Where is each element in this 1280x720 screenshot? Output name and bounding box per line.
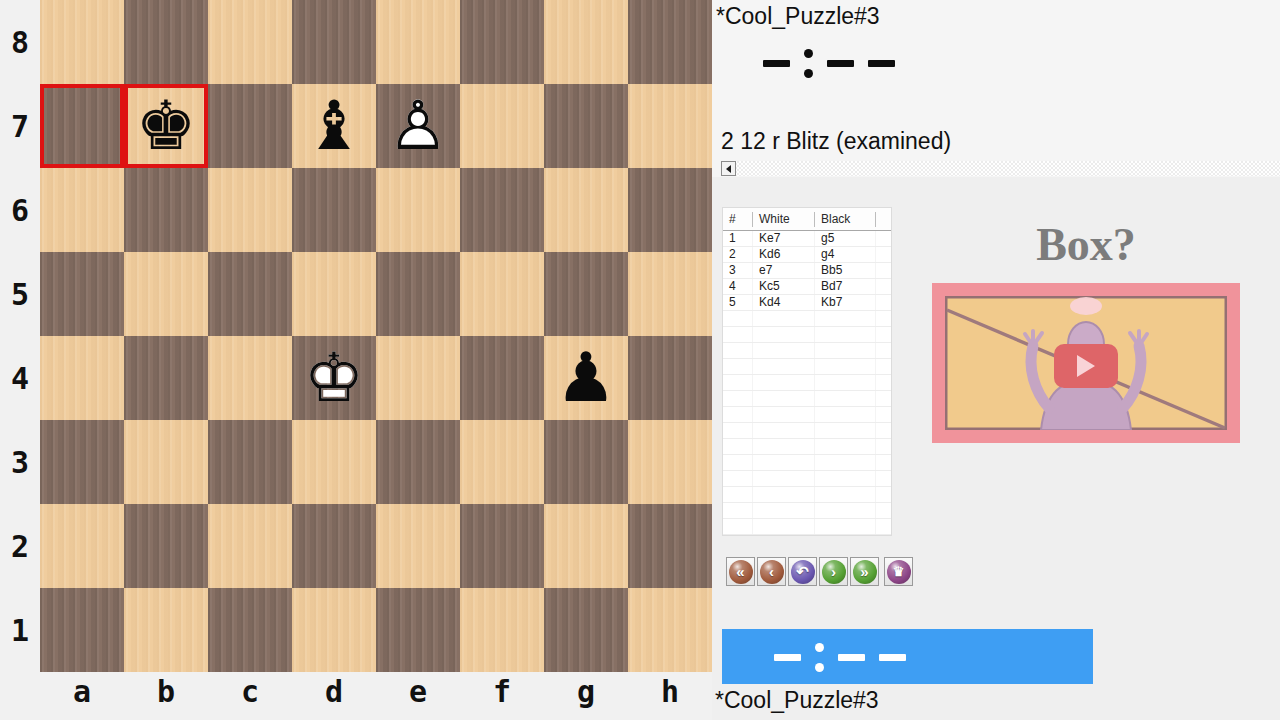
move-row-empty — [723, 487, 891, 503]
square-a5[interactable] — [40, 252, 124, 336]
clock-colon — [804, 49, 813, 78]
square-b6[interactable] — [124, 168, 208, 252]
square-e6[interactable] — [376, 168, 460, 252]
go-to-start-button[interactable]: « — [726, 557, 755, 586]
square-g7[interactable] — [544, 84, 628, 168]
move-row-empty — [723, 503, 891, 519]
black-pawn-g4[interactable]: ♟ — [544, 336, 628, 420]
play-icon — [1077, 355, 1095, 377]
move-row-empty — [723, 327, 891, 343]
square-e2[interactable] — [376, 504, 460, 588]
square-g5[interactable] — [544, 252, 628, 336]
square-c8[interactable] — [208, 0, 292, 84]
chess-board[interactable]: ♚♝♟♙♚♔♟ — [40, 0, 712, 672]
move-row-2[interactable]: 2Kd6g4 — [723, 247, 891, 263]
step-back-icon: ‹ — [760, 560, 784, 584]
square-h4[interactable] — [628, 336, 712, 420]
black-king-b7[interactable]: ♚ — [124, 84, 208, 168]
move-row-3[interactable]: 3e7Bb5 — [723, 263, 891, 279]
square-c7[interactable] — [208, 84, 292, 168]
square-a4[interactable] — [40, 336, 124, 420]
move-table-body: 1Ke7g52Kd6g43e7Bb54Kc5Bd75Kd4Kb7 — [723, 231, 891, 535]
rank-label-1: 1 — [0, 588, 40, 672]
game-info-line: 2 12 r Blitz (examined) — [721, 128, 951, 155]
square-f5[interactable] — [460, 252, 544, 336]
youtube-play-button[interactable] — [1054, 344, 1118, 388]
col-header-number: # — [723, 212, 753, 227]
square-a2[interactable] — [40, 504, 124, 588]
game-panel: *Cool_Puzzle#3 2 12 r Blitz (examined) #… — [712, 0, 1280, 720]
move-row-4[interactable]: 4Kc5Bd7 — [723, 279, 891, 295]
move-row-empty — [723, 343, 891, 359]
move-row-empty — [723, 359, 891, 375]
square-a3[interactable] — [40, 420, 124, 504]
active-clock-bar — [722, 629, 1093, 684]
white-king-outline: ♔ — [292, 336, 376, 420]
go-to-end-button[interactable]: » — [850, 557, 879, 586]
game-title: *Cool_Puzzle#3 — [716, 3, 880, 30]
move-row-empty — [723, 375, 891, 391]
rank-label-6: 6 — [0, 168, 40, 252]
rank-label-8: 8 — [0, 0, 40, 84]
square-h7[interactable] — [628, 84, 712, 168]
square-f7[interactable] — [460, 84, 544, 168]
file-label-d: d — [292, 672, 376, 720]
square-d8[interactable] — [292, 0, 376, 84]
square-g4[interactable]: ♟ — [544, 336, 628, 420]
rank-labels: 87654321 — [0, 0, 40, 672]
square-f1[interactable] — [460, 588, 544, 672]
revert-icon: ↶ — [791, 560, 815, 584]
col-header-black: Black — [815, 212, 876, 227]
square-f8[interactable] — [460, 0, 544, 84]
go-to-start-icon: « — [729, 560, 753, 584]
square-a8[interactable] — [40, 0, 124, 84]
square-f2[interactable] — [460, 504, 544, 588]
move-row-empty — [723, 439, 891, 455]
scroll-left-arrow-icon — [726, 165, 731, 173]
video-annotation-title: Box? — [932, 218, 1240, 271]
square-b4[interactable] — [124, 336, 208, 420]
clock-dash — [763, 60, 790, 67]
move-row-empty — [723, 391, 891, 407]
horizontal-scrollbar[interactable] — [721, 161, 1280, 176]
square-b5[interactable] — [124, 252, 208, 336]
game-clock — [763, 47, 895, 80]
square-e3[interactable] — [376, 420, 460, 504]
square-b2[interactable] — [124, 504, 208, 588]
square-e5[interactable] — [376, 252, 460, 336]
square-e1[interactable] — [376, 588, 460, 672]
rank-label-5: 5 — [0, 252, 40, 336]
file-labels: abcdefgh — [40, 672, 712, 720]
square-c4[interactable] — [208, 336, 292, 420]
move-row-1[interactable]: 1Ke7g5 — [723, 231, 891, 247]
move-row-empty — [723, 423, 891, 439]
square-b3[interactable] — [124, 420, 208, 504]
square-c5[interactable] — [208, 252, 292, 336]
rank-label-3: 3 — [0, 420, 40, 504]
clock-dash — [827, 60, 854, 67]
square-d5[interactable] — [292, 252, 376, 336]
step-back-button[interactable]: ‹ — [757, 557, 786, 586]
square-b7[interactable]: ♚ — [124, 84, 208, 168]
square-d6[interactable] — [292, 168, 376, 252]
move-table-header: # White Black — [723, 208, 891, 231]
file-label-f: f — [460, 672, 544, 720]
examine-icon: ♛ — [887, 560, 911, 584]
square-c1[interactable] — [208, 588, 292, 672]
square-b8[interactable] — [124, 0, 208, 84]
file-label-a: a — [40, 672, 124, 720]
square-h6[interactable] — [628, 168, 712, 252]
revert-button[interactable]: ↶ — [788, 557, 817, 586]
square-e7[interactable]: ♟♙ — [376, 84, 460, 168]
square-e8[interactable] — [376, 0, 460, 84]
square-d3[interactable] — [292, 420, 376, 504]
move-row-empty — [723, 471, 891, 487]
scroll-left-button[interactable] — [721, 161, 736, 176]
bottom-clock — [774, 642, 906, 672]
square-d1[interactable] — [292, 588, 376, 672]
file-label-h: h — [628, 672, 712, 720]
square-g2[interactable] — [544, 504, 628, 588]
step-forward-button[interactable]: › — [819, 557, 848, 586]
square-f4[interactable] — [460, 336, 544, 420]
move-list-table[interactable]: # White Black 1Ke7g52Kd6g43e7Bb54Kc5Bd75… — [722, 207, 892, 536]
square-g6[interactable] — [544, 168, 628, 252]
square-d2[interactable] — [292, 504, 376, 588]
bottom-game-title: *Cool_Puzzle#3 — [715, 687, 879, 714]
video-thumbnail[interactable] — [932, 283, 1240, 443]
square-h3[interactable] — [628, 420, 712, 504]
chess-board-area: 87654321 ♚♝♟♙♚♔♟ abcdefgh — [0, 0, 712, 720]
rank-label-4: 4 — [0, 336, 40, 420]
move-row-5[interactable]: 5Kd4Kb7 — [723, 295, 891, 311]
square-d4[interactable]: ♚♔ — [292, 336, 376, 420]
square-f6[interactable] — [460, 168, 544, 252]
file-label-b: b — [124, 672, 208, 720]
move-row-empty — [723, 407, 891, 423]
square-c2[interactable] — [208, 504, 292, 588]
file-label-g: g — [544, 672, 628, 720]
black-bishop-d7[interactable]: ♝ — [292, 84, 376, 168]
examine-button[interactable]: ♛ — [884, 557, 913, 586]
square-h1[interactable] — [628, 588, 712, 672]
square-g8[interactable] — [544, 0, 628, 84]
file-label-c: c — [208, 672, 292, 720]
square-f3[interactable] — [460, 420, 544, 504]
rank-label-2: 2 — [0, 504, 40, 588]
square-a6[interactable] — [40, 168, 124, 252]
step-forward-icon: › — [822, 560, 846, 584]
square-a7[interactable] — [40, 84, 124, 168]
square-b1[interactable] — [124, 588, 208, 672]
navigation-toolbar: «‹↶›»♛ — [726, 557, 913, 586]
square-h2[interactable] — [628, 504, 712, 588]
rank-label-7: 7 — [0, 84, 40, 168]
square-h8[interactable] — [628, 0, 712, 84]
square-c6[interactable] — [208, 168, 292, 252]
move-row-empty — [723, 519, 891, 535]
square-c3[interactable] — [208, 420, 292, 504]
square-d7[interactable]: ♝ — [292, 84, 376, 168]
square-a1[interactable] — [40, 588, 124, 672]
file-label-e: e — [376, 672, 460, 720]
col-header-white: White — [753, 212, 815, 227]
go-to-end-icon: » — [853, 560, 877, 584]
clock-dash — [868, 60, 895, 67]
square-h5[interactable] — [628, 252, 712, 336]
move-row-empty — [723, 455, 891, 471]
square-g1[interactable] — [544, 588, 628, 672]
white-pawn-outline: ♙ — [376, 84, 460, 168]
move-row-empty — [723, 311, 891, 327]
square-e4[interactable] — [376, 336, 460, 420]
square-g3[interactable] — [544, 420, 628, 504]
